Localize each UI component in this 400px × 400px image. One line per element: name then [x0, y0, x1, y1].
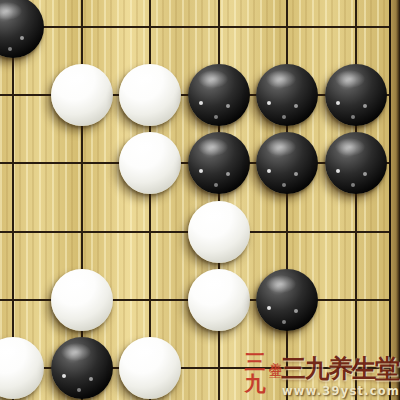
go-stone-black-c2r6[interactable]	[51, 337, 113, 399]
go-stone-white-c2r2[interactable]	[51, 64, 113, 126]
watermark: 三 九 养生堂 三九养生堂 www.39yst.com	[0, 0, 400, 400]
grid-line-vertical-6	[355, 0, 357, 400]
go-stone-black-c5r3[interactable]	[256, 132, 318, 194]
go-stone-white-c2r5[interactable]	[51, 269, 113, 331]
watermark-side-text: 养生堂	[267, 351, 283, 400]
go-stone-white-c1r6[interactable]	[0, 337, 44, 399]
go-stone-black-c5r2[interactable]	[256, 64, 318, 126]
board-right-edge-bevel	[391, 0, 400, 400]
grid-line-horizontal-1	[0, 26, 390, 28]
go-stone-white-c4r5[interactable]	[188, 269, 250, 331]
go-board[interactable]: 三 九 养生堂 三九养生堂 www.39yst.com	[0, 0, 400, 400]
grid-line-vertical-5	[286, 0, 288, 400]
watermark-seal-char-bottom: 九	[240, 373, 270, 395]
go-stone-black-c6r3[interactable]	[325, 132, 387, 194]
go-stone-white-c4r4[interactable]	[188, 201, 250, 263]
go-stone-black-c5r5[interactable]	[256, 269, 318, 331]
go-stone-white-c3r6[interactable]	[119, 337, 181, 399]
go-stone-white-c3r2[interactable]	[119, 64, 181, 126]
go-stone-black-c4r3[interactable]	[188, 132, 250, 194]
go-stone-white-c3r3[interactable]	[119, 132, 181, 194]
go-stone-black-c6r2[interactable]	[325, 64, 387, 126]
go-stone-black-c1r1[interactable]	[0, 0, 44, 58]
go-stone-black-c4r2[interactable]	[188, 64, 250, 126]
grid-line-vertical-4	[218, 0, 220, 400]
watermark-url: www.39yst.com	[282, 384, 400, 398]
watermark-seal: 三 九	[240, 351, 270, 395]
watermark-seal-char-top: 三	[240, 351, 270, 373]
